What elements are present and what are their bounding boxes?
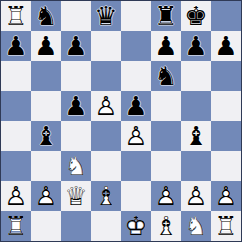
black-knight[interactable]: ♞ <box>31 1 61 31</box>
square-d5[interactable]: ♟♙ <box>91 91 121 121</box>
square-e1[interactable]: ♚♔ <box>121 211 151 241</box>
square-f7[interactable]: ♟ <box>151 31 181 61</box>
square-c2[interactable]: ♛♕ <box>61 181 91 211</box>
white-bishop[interactable]: ♝♗ <box>91 181 121 211</box>
white-pawn[interactable]: ♟♙ <box>181 181 211 211</box>
square-f6[interactable]: ♞ <box>151 61 181 91</box>
square-h3[interactable] <box>211 151 241 181</box>
square-a2[interactable]: ♟♙ <box>1 181 31 211</box>
black-pawn[interactable]: ♟ <box>181 31 211 61</box>
black-bishop[interactable]: ♝ <box>181 121 211 151</box>
square-e4[interactable]: ♟♙ <box>121 121 151 151</box>
square-a3[interactable] <box>1 151 31 181</box>
square-h4[interactable] <box>211 121 241 151</box>
square-h8[interactable] <box>211 1 241 31</box>
black-king[interactable]: ♚ <box>181 1 211 31</box>
square-c4[interactable] <box>61 121 91 151</box>
white-rook[interactable]: ♜♖ <box>1 1 31 31</box>
square-c3[interactable]: ♞♘ <box>61 151 91 181</box>
square-h5[interactable] <box>211 91 241 121</box>
black-queen[interactable]: ♛ <box>91 1 121 31</box>
square-c1[interactable] <box>61 211 91 241</box>
chess-board: ♜♖♞♛♜♚♟♟♟♟♟♟♞♟♟♙♟♝♟♙♝♞♘♟♙♟♙♛♕♝♗♟♙♟♙♟♙♜♖♚… <box>0 0 242 242</box>
square-g6[interactable] <box>181 61 211 91</box>
square-g2[interactable]: ♟♙ <box>181 181 211 211</box>
square-g4[interactable]: ♝ <box>181 121 211 151</box>
square-e6[interactable] <box>121 61 151 91</box>
square-f5[interactable] <box>151 91 181 121</box>
white-knight[interactable]: ♞♘ <box>61 151 91 181</box>
white-bishop[interactable]: ♝♗ <box>151 211 181 241</box>
square-c8[interactable] <box>61 1 91 31</box>
black-rook[interactable]: ♜ <box>151 1 181 31</box>
square-a7[interactable]: ♟ <box>1 31 31 61</box>
square-b1[interactable] <box>31 211 61 241</box>
square-g3[interactable] <box>181 151 211 181</box>
square-a4[interactable] <box>1 121 31 151</box>
square-g1[interactable]: ♞♘ <box>181 211 211 241</box>
square-d4[interactable] <box>91 121 121 151</box>
square-b2[interactable]: ♟♙ <box>31 181 61 211</box>
square-a8[interactable]: ♜♖ <box>1 1 31 31</box>
white-rook[interactable]: ♜♖ <box>211 211 241 241</box>
square-b4[interactable]: ♝ <box>31 121 61 151</box>
square-b7[interactable]: ♟ <box>31 31 61 61</box>
black-pawn[interactable]: ♟ <box>1 31 31 61</box>
square-d1[interactable] <box>91 211 121 241</box>
square-c7[interactable]: ♟ <box>61 31 91 61</box>
square-d8[interactable]: ♛ <box>91 1 121 31</box>
square-f1[interactable]: ♝♗ <box>151 211 181 241</box>
square-a6[interactable] <box>1 61 31 91</box>
square-h1[interactable]: ♜♖ <box>211 211 241 241</box>
square-a5[interactable] <box>1 91 31 121</box>
square-f2[interactable]: ♟♙ <box>151 181 181 211</box>
square-e8[interactable] <box>121 1 151 31</box>
square-a1[interactable]: ♜♖ <box>1 211 31 241</box>
black-knight[interactable]: ♞ <box>151 61 181 91</box>
square-c6[interactable] <box>61 61 91 91</box>
black-pawn[interactable]: ♟ <box>211 31 241 61</box>
white-pawn[interactable]: ♟♙ <box>91 91 121 121</box>
square-b3[interactable] <box>31 151 61 181</box>
white-knight[interactable]: ♞♘ <box>181 211 211 241</box>
square-g8[interactable]: ♚ <box>181 1 211 31</box>
white-king[interactable]: ♚♔ <box>121 211 151 241</box>
square-b5[interactable] <box>31 91 61 121</box>
white-pawn[interactable]: ♟♙ <box>1 181 31 211</box>
square-e2[interactable] <box>121 181 151 211</box>
square-f8[interactable]: ♜ <box>151 1 181 31</box>
square-d3[interactable] <box>91 151 121 181</box>
square-d7[interactable] <box>91 31 121 61</box>
white-rook[interactable]: ♜♖ <box>1 211 31 241</box>
black-bishop[interactable]: ♝ <box>31 121 61 151</box>
square-g7[interactable]: ♟ <box>181 31 211 61</box>
white-pawn[interactable]: ♟♙ <box>211 181 241 211</box>
white-queen[interactable]: ♛♕ <box>61 181 91 211</box>
square-e3[interactable] <box>121 151 151 181</box>
white-pawn[interactable]: ♟♙ <box>31 181 61 211</box>
square-b6[interactable] <box>31 61 61 91</box>
square-g5[interactable] <box>181 91 211 121</box>
black-pawn[interactable]: ♟ <box>61 91 91 121</box>
square-c5[interactable]: ♟ <box>61 91 91 121</box>
square-b8[interactable]: ♞ <box>31 1 61 31</box>
square-e7[interactable] <box>121 31 151 61</box>
black-pawn[interactable]: ♟ <box>31 31 61 61</box>
square-d6[interactable] <box>91 61 121 91</box>
black-pawn[interactable]: ♟ <box>151 31 181 61</box>
square-e5[interactable]: ♟ <box>121 91 151 121</box>
square-d2[interactable]: ♝♗ <box>91 181 121 211</box>
square-h2[interactable]: ♟♙ <box>211 181 241 211</box>
square-f4[interactable] <box>151 121 181 151</box>
white-pawn[interactable]: ♟♙ <box>151 181 181 211</box>
black-pawn[interactable]: ♟ <box>121 91 151 121</box>
square-h7[interactable]: ♟ <box>211 31 241 61</box>
black-pawn[interactable]: ♟ <box>61 31 91 61</box>
white-pawn[interactable]: ♟♙ <box>121 121 151 151</box>
square-f3[interactable] <box>151 151 181 181</box>
square-h6[interactable] <box>211 61 241 91</box>
